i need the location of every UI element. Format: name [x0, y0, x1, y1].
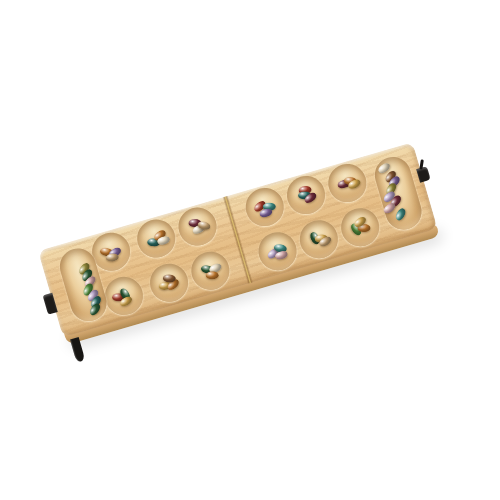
pit-bottom-2	[146, 259, 193, 306]
pit-top-5	[282, 171, 329, 218]
pit-bottom-3	[187, 247, 234, 294]
left-clasp-icon	[43, 293, 58, 315]
mancala-board	[38, 142, 438, 337]
stone-orange	[205, 271, 218, 279]
right-clasp-icon	[416, 166, 430, 183]
product-photo	[0, 0, 500, 500]
pit-bottom-4	[254, 228, 301, 275]
stone-teal	[394, 207, 407, 222]
pit-top-6	[324, 159, 371, 206]
pit-top-3	[174, 203, 221, 250]
pit-bottom-1	[100, 272, 147, 319]
pit-top-2	[133, 215, 180, 262]
stone-pink	[381, 201, 396, 215]
stone-tan	[105, 253, 119, 262]
pit-top-4	[241, 183, 288, 230]
board-top-surface	[38, 142, 438, 337]
latch-hook-icon	[70, 337, 85, 363]
pit-bottom-6	[337, 204, 384, 251]
pit-bottom-5	[295, 216, 342, 263]
store-right	[371, 153, 426, 234]
